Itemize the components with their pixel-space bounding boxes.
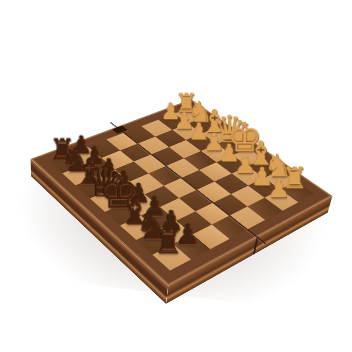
dark-R-glyph: ♜: [138, 226, 198, 259]
light-P-glyph: ♟: [252, 176, 305, 202]
square-r7c7: ♜: [153, 245, 191, 271]
square-r1c7: ♟: [265, 190, 299, 211]
product-photo: ♜♞♝♛♚♝♞♜♟♟♟♟♟♟♟♟♟♟♟♟♟♟♟♟♜♞♝♛♚♝♞♜: [0, 0, 352, 352]
